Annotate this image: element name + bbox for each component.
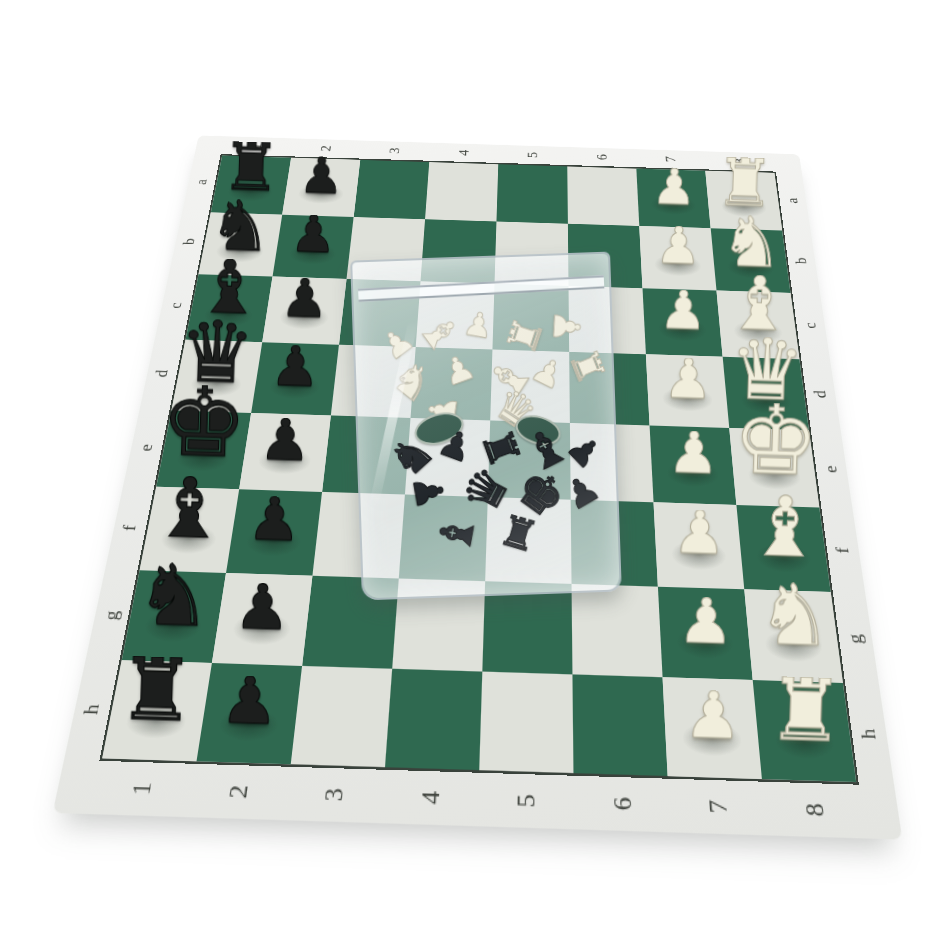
file-label-a: a — [757, 189, 830, 213]
black-pawn-e2: ♟ — [259, 417, 312, 463]
square-f8: ♝ — [736, 505, 830, 591]
square-c7: ♟ — [642, 288, 722, 357]
square-g1: ♞ — [122, 570, 226, 663]
square-c2: ♟ — [262, 276, 346, 344]
white-pawn-b7: ♟ — [655, 226, 702, 267]
black-pawn-h2: ♟ — [219, 675, 279, 727]
square-h7: ♟ — [663, 677, 762, 779]
square-h4 — [385, 668, 482, 770]
square-g2: ♟ — [212, 573, 313, 666]
file-label-b: b — [151, 229, 228, 254]
square-e2: ♟ — [239, 413, 331, 492]
white-rook-h8: ♜ — [766, 676, 845, 745]
black-knight-g1: ♞ — [135, 561, 213, 629]
file-label-c: c — [136, 292, 216, 319]
black-pawn-d2: ♟ — [270, 344, 321, 388]
rank-label-7: 7 — [658, 131, 684, 188]
black-pawn-b2: ♟ — [290, 214, 337, 255]
square-h5 — [479, 671, 573, 773]
square-e8: ♚ — [729, 428, 819, 508]
square-d2: ♟ — [251, 342, 339, 415]
square-h2: ♟ — [197, 663, 303, 764]
square-g7: ♟ — [658, 586, 753, 680]
white-knight-g8: ♞ — [756, 581, 834, 649]
rank-label-6: 6 — [590, 129, 614, 185]
black-pawn-f2: ♟ — [247, 496, 302, 544]
spare-pieces-bag: ♟♝♟♜♟♞♟♝♟♜♟♛♞♟♜♝♟♟♛♚♟♝♜ — [350, 252, 622, 601]
square-e1: ♚ — [156, 410, 251, 489]
white-pawn-g7: ♟ — [677, 595, 734, 645]
square-g8: ♞ — [744, 589, 843, 683]
black-pawn-g2: ♟ — [234, 581, 291, 631]
file-label-d: d — [780, 380, 862, 410]
square-f1: ♝ — [140, 487, 239, 573]
rank-label-5: 5 — [521, 127, 544, 183]
black-pawn-c2: ♟ — [280, 277, 329, 320]
square-b2: ♟ — [273, 215, 354, 279]
square-e7: ♟ — [650, 425, 737, 505]
square-f7: ♟ — [654, 503, 745, 589]
black-rook-h1: ♜ — [117, 655, 196, 724]
square-b7: ♟ — [639, 226, 716, 290]
white-pawn-f7: ♟ — [672, 509, 727, 557]
file-label-d: d — [120, 359, 203, 388]
square-h1: ♜ — [102, 660, 212, 761]
square-h3 — [291, 666, 392, 768]
rank-label-3: 3 — [381, 123, 409, 179]
file-label-c: c — [772, 311, 851, 338]
square-f2: ♟ — [226, 490, 322, 576]
white-pawn-e7: ♟ — [667, 430, 720, 476]
white-pawn-c7: ♟ — [659, 289, 708, 332]
square-h8: ♜ — [753, 680, 856, 782]
square-g6 — [572, 583, 663, 677]
product-photo-scene: 12345678 12345678 abcdefgh abcdefgh ♜♟♟♜… — [0, 0, 950, 950]
file-label-b: b — [764, 248, 840, 274]
white-pawn-h7: ♟ — [683, 689, 743, 741]
square-h6 — [572, 674, 667, 776]
white-pawn-d7: ♟ — [663, 357, 714, 401]
file-label-a: a — [164, 170, 238, 194]
rank-label-4: 4 — [451, 125, 476, 181]
square-d7: ♟ — [646, 354, 729, 428]
